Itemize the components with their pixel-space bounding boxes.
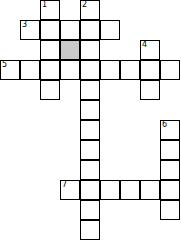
- shaded-cell-r2-c3: [60, 40, 80, 60]
- cell-r1-c2[interactable]: [40, 20, 60, 40]
- cell-r4-c4[interactable]: [80, 80, 100, 100]
- cell-r2-c4[interactable]: [80, 40, 100, 60]
- clue-number-6: 6: [162, 121, 167, 129]
- cell-r3-c0[interactable]: 5: [0, 60, 20, 80]
- cell-r9-c6[interactable]: [120, 180, 140, 200]
- clue-number-7: 7: [62, 181, 67, 189]
- cell-r9-c3[interactable]: 7: [60, 180, 80, 200]
- cell-r2-c2[interactable]: [40, 40, 60, 60]
- cell-r9-c7[interactable]: [140, 180, 160, 200]
- cell-r3-c3[interactable]: [60, 60, 80, 80]
- cell-r4-c7[interactable]: [140, 80, 160, 100]
- cell-r0-c2[interactable]: 1: [40, 0, 60, 20]
- clue-number-1: 1: [42, 1, 47, 9]
- cell-r9-c8[interactable]: [160, 180, 180, 200]
- cell-r8-c8[interactable]: [160, 160, 180, 180]
- cell-r3-c1[interactable]: [20, 60, 40, 80]
- cell-r10-c8[interactable]: [160, 200, 180, 220]
- crossword-page: 1234567: [0, 0, 181, 241]
- cell-r6-c8[interactable]: 6: [160, 120, 180, 140]
- cell-r8-c4[interactable]: [80, 160, 100, 180]
- cell-r1-c4[interactable]: [80, 20, 100, 40]
- cell-r11-c4[interactable]: [80, 220, 100, 240]
- cell-r0-c4[interactable]: 2: [80, 0, 100, 20]
- cell-r3-c7[interactable]: [140, 60, 160, 80]
- cell-r9-c4[interactable]: [80, 180, 100, 200]
- cell-r5-c4[interactable]: [80, 100, 100, 120]
- cell-r3-c8[interactable]: [160, 60, 180, 80]
- cell-r6-c4[interactable]: [80, 120, 100, 140]
- cell-r3-c6[interactable]: [120, 60, 140, 80]
- cell-r7-c8[interactable]: [160, 140, 180, 160]
- cell-r4-c2[interactable]: [40, 80, 60, 100]
- clue-number-3: 3: [22, 21, 27, 29]
- cell-r1-c3[interactable]: [60, 20, 80, 40]
- clue-number-5: 5: [2, 61, 7, 69]
- clue-number-2: 2: [82, 1, 87, 9]
- cell-r3-c5[interactable]: [100, 60, 120, 80]
- cell-r7-c4[interactable]: [80, 140, 100, 160]
- cell-r9-c5[interactable]: [100, 180, 120, 200]
- cell-r2-c7[interactable]: 4: [140, 40, 160, 60]
- cell-r10-c4[interactable]: [80, 200, 100, 220]
- cell-r3-c4[interactable]: [80, 60, 100, 80]
- clue-number-4: 4: [142, 41, 147, 49]
- cell-r3-c2[interactable]: [40, 60, 60, 80]
- cell-r1-c1[interactable]: 3: [20, 20, 40, 40]
- cell-r1-c5[interactable]: [100, 20, 120, 40]
- crossword-board: 1234567: [0, 0, 180, 240]
